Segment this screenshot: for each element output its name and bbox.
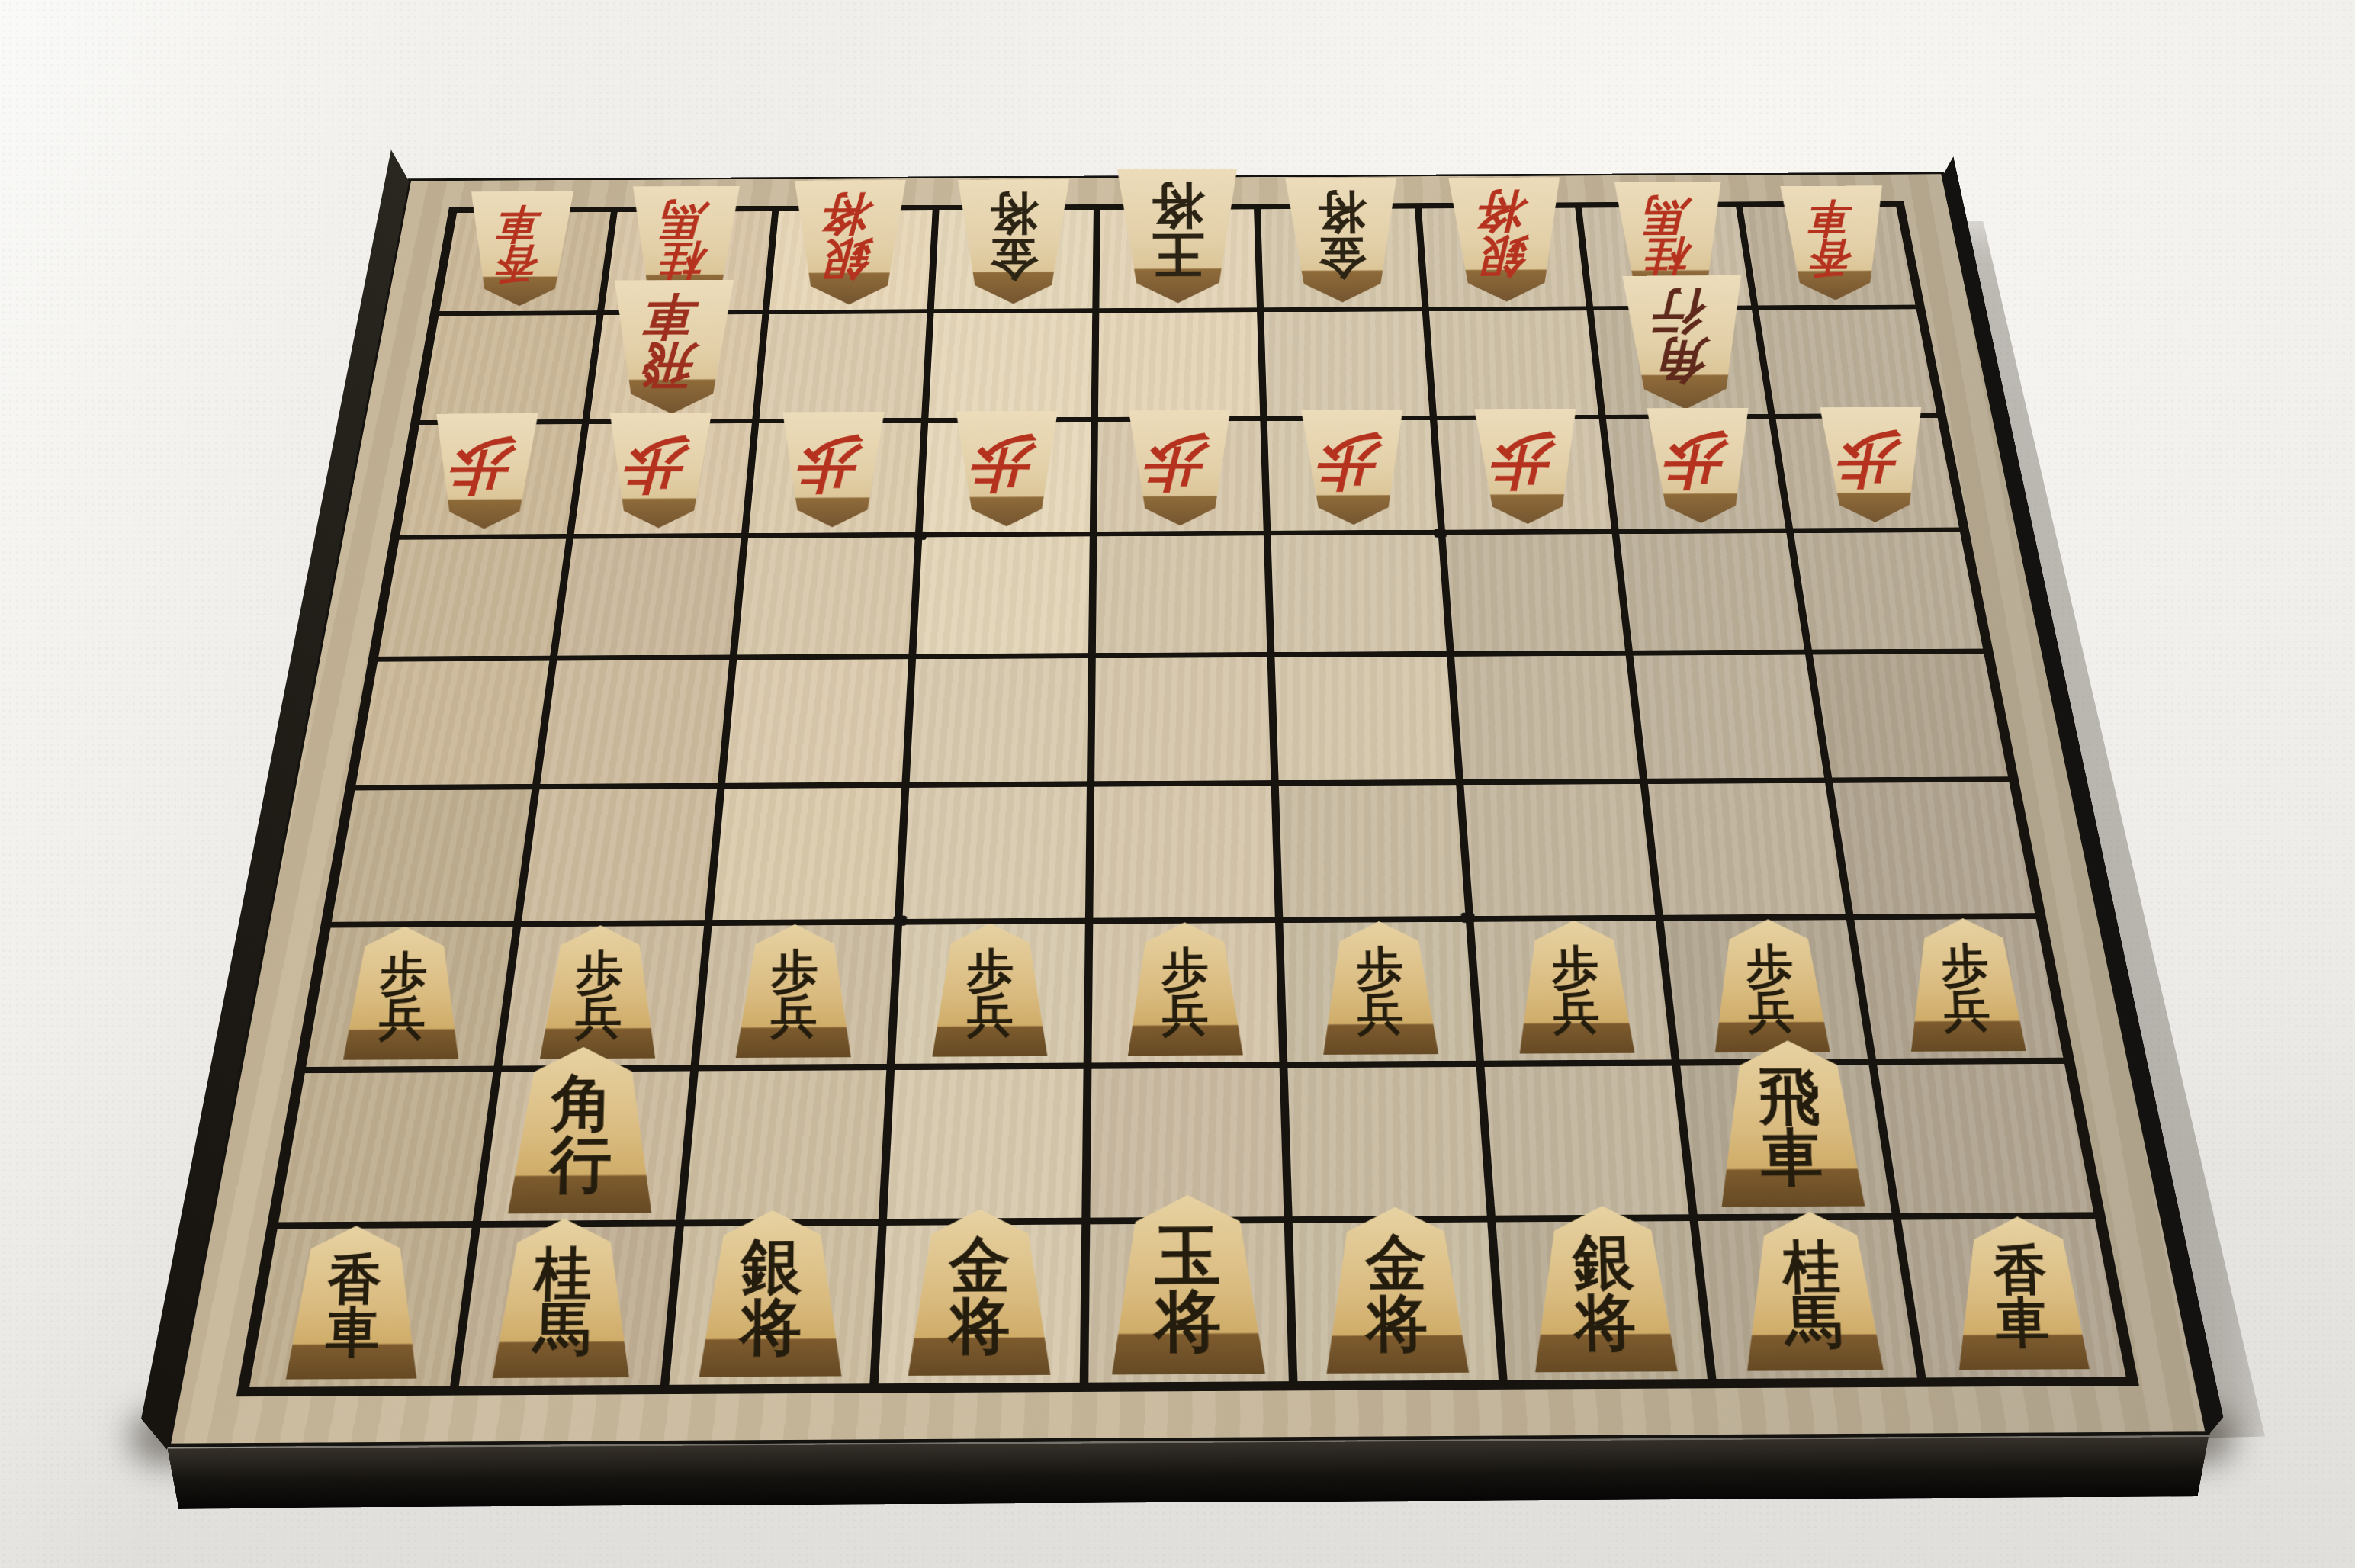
kanji-char: 銀 — [1573, 1232, 1635, 1293]
square-f9-r2[interactable] — [420, 315, 597, 420]
piece-kanji: 歩兵 — [1940, 943, 1990, 1033]
piece-kanji: 歩兵 — [574, 950, 623, 1041]
hoshi-dot — [893, 916, 907, 926]
kanji-char: 桂 — [1783, 1239, 1842, 1296]
square-f8-r4[interactable] — [558, 538, 741, 656]
piece-kanji: 歩兵 — [1746, 944, 1795, 1035]
square-f9-r4[interactable] — [378, 539, 566, 657]
square-f9-r5[interactable] — [356, 660, 550, 785]
hoshi-dot — [1460, 913, 1475, 923]
kanji-char: 歩 — [1161, 947, 1209, 993]
piece-kanji: 歩兵 — [378, 951, 428, 1042]
square-f1-r3[interactable] — [1775, 418, 1959, 529]
square-f3-r5[interactable] — [1454, 656, 1640, 780]
square-f2-r5[interactable] — [1634, 654, 1824, 778]
kanji-char: 玉 — [1155, 1223, 1221, 1289]
square-f1-r1[interactable] — [1743, 207, 1916, 306]
square-f4-r4[interactable] — [1271, 535, 1447, 651]
square-f2-r6[interactable] — [1648, 783, 1845, 914]
kanji-char: 金 — [1365, 1234, 1427, 1294]
piece-kanji: 香車 — [1992, 1245, 2050, 1350]
piece-kanji: 飛車 — [1758, 1067, 1823, 1188]
square-f3-r6[interactable] — [1463, 784, 1655, 916]
square-f4-r6[interactable] — [1279, 785, 1465, 917]
square-f7-r4[interactable] — [737, 538, 915, 655]
kanji-char: 歩 — [1356, 946, 1403, 991]
kanji-char: 金 — [949, 1236, 1010, 1296]
square-f2-r4[interactable] — [1619, 533, 1804, 650]
square-f4-r8[interactable] — [1288, 1067, 1487, 1216]
kanji-char: 兵 — [966, 993, 1014, 1039]
square-f6-r3[interactable] — [923, 422, 1091, 532]
kanji-char: 兵 — [770, 994, 818, 1040]
kanji-char: 兵 — [1357, 991, 1404, 1037]
kanji-char: 行 — [549, 1134, 612, 1195]
kanji-char: 車 — [1760, 1127, 1824, 1188]
square-f8-r6[interactable] — [522, 789, 717, 921]
piece-kanji: 香車 — [325, 1254, 382, 1359]
square-f3-r1[interactable] — [1422, 208, 1586, 307]
board-side-near — [167, 1437, 2209, 1509]
kanji-char: 歩 — [1551, 945, 1599, 991]
square-f5-r4[interactable] — [1096, 536, 1267, 654]
square-f3-r8[interactable] — [1484, 1066, 1689, 1216]
square-f2-r1[interactable] — [1582, 207, 1751, 307]
kanji-char: 兵 — [1552, 990, 1600, 1036]
piece-kanji: 銀将 — [740, 1237, 802, 1358]
kanji-char: 車 — [1994, 1296, 2050, 1349]
square-f5-r6[interactable] — [1093, 786, 1275, 918]
square-f7-r5[interactable] — [725, 659, 909, 783]
kanji-char: 歩 — [771, 949, 818, 994]
square-f9-r8[interactable] — [278, 1072, 493, 1222]
shogi-board: 香車桂馬銀将金将王将金将銀将桂馬香車飛車角行歩歩歩歩歩歩歩歩歩歩兵歩兵歩兵歩兵歩… — [165, 172, 2210, 1448]
square-f6-r6[interactable] — [903, 787, 1087, 919]
piece-kanji: 金将 — [1365, 1234, 1428, 1355]
piece-kanji: 歩兵 — [770, 949, 818, 1039]
piece-kanji: 歩兵 — [1356, 946, 1404, 1036]
kanji-char: 将 — [1155, 1289, 1222, 1355]
kanji-char: 歩 — [575, 950, 623, 996]
kanji-char: 兵 — [1747, 989, 1795, 1035]
square-f1-r8[interactable] — [1877, 1064, 2093, 1213]
square-f8-r1[interactable] — [605, 211, 773, 310]
square-f5-r3[interactable] — [1097, 421, 1264, 532]
kanji-char: 車 — [325, 1306, 380, 1359]
square-f8-r5[interactable] — [541, 660, 729, 784]
hoshi-dot — [1434, 529, 1447, 538]
kanji-char: 香 — [1992, 1245, 2048, 1297]
kanji-char: 兵 — [1942, 988, 1991, 1034]
square-f7-r8[interactable] — [684, 1070, 886, 1219]
square-f9-r1[interactable] — [439, 212, 611, 311]
hoshi-dot — [914, 532, 927, 540]
kanji-char: 桂 — [534, 1246, 592, 1303]
kanji-char: 香 — [326, 1254, 381, 1306]
kanji-char: 兵 — [378, 996, 426, 1042]
piece-kanji: 玉将 — [1155, 1223, 1222, 1354]
piece-kanji: 角行 — [549, 1074, 614, 1195]
square-f7-r3[interactable] — [749, 423, 922, 533]
kanji-char: 歩 — [966, 948, 1013, 994]
kanji-char: 角 — [551, 1074, 614, 1134]
square-f4-r2[interactable] — [1264, 312, 1429, 416]
square-f3-r3[interactable] — [1437, 419, 1611, 530]
square-f1-r4[interactable] — [1794, 532, 1983, 649]
piece-kanji: 銀将 — [1573, 1232, 1637, 1353]
square-f2-r3[interactable] — [1606, 419, 1785, 529]
kanji-char: 銀 — [741, 1237, 802, 1297]
kanji-char: 将 — [949, 1296, 1010, 1358]
kanji-char: 将 — [740, 1297, 802, 1358]
square-f9-r3[interactable] — [400, 424, 582, 535]
kanji-char: 将 — [1366, 1294, 1428, 1355]
square-f6-r2[interactable] — [929, 313, 1092, 417]
kanji-char: 歩 — [1940, 943, 1989, 988]
kanji-char: 馬 — [1785, 1295, 1843, 1351]
kanji-char: 歩 — [1746, 944, 1794, 990]
piece-kanji: 金将 — [949, 1236, 1010, 1358]
kanji-char: 飛 — [1758, 1067, 1821, 1127]
square-f5-r2[interactable] — [1098, 312, 1261, 416]
square-f8-r3[interactable] — [574, 423, 752, 534]
piece-kanji: 桂馬 — [1783, 1239, 1844, 1351]
square-f1-r2[interactable] — [1759, 310, 1937, 414]
square-f5-r1[interactable] — [1099, 209, 1257, 308]
piece-kanji: 歩兵 — [966, 948, 1014, 1039]
kanji-char: 将 — [1574, 1293, 1637, 1354]
square-f7-r6[interactable] — [712, 788, 901, 920]
square-f4-r3[interactable] — [1267, 420, 1438, 531]
kanji-char: 兵 — [574, 995, 622, 1041]
square-f5-r8[interactable] — [1090, 1068, 1284, 1217]
kanji-char: 歩 — [380, 951, 428, 997]
piece-kanji: 歩兵 — [1551, 945, 1600, 1036]
kanji-char: 兵 — [1161, 992, 1209, 1038]
square-f6-r1[interactable] — [934, 210, 1094, 309]
square-f3-r4[interactable] — [1445, 534, 1625, 651]
square-f1-r6[interactable] — [1833, 782, 2035, 914]
square-f2-r2[interactable] — [1594, 310, 1768, 415]
square-f3-r2[interactable] — [1429, 311, 1598, 416]
square-f7-r2[interactable] — [760, 313, 927, 418]
square-f8-r2[interactable] — [590, 314, 762, 419]
kanji-char: 馬 — [532, 1302, 590, 1358]
square-f7-r1[interactable] — [769, 210, 933, 310]
square-f9-r6[interactable] — [332, 789, 532, 921]
piece-kanji: 歩兵 — [1161, 947, 1209, 1038]
square-f6-r8[interactable] — [887, 1069, 1083, 1219]
square-f5-r5[interactable] — [1094, 657, 1271, 782]
square-f6-r5[interactable] — [910, 658, 1088, 782]
square-f1-r5[interactable] — [1812, 654, 2008, 777]
piece-kanji: 桂馬 — [532, 1246, 592, 1358]
square-f6-r4[interactable] — [917, 537, 1090, 654]
square-f4-r1[interactable] — [1261, 208, 1422, 307]
square-f4-r5[interactable] — [1275, 657, 1456, 781]
